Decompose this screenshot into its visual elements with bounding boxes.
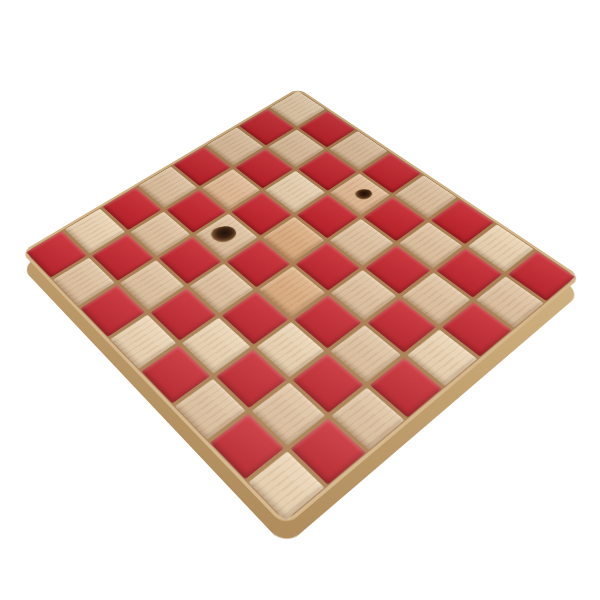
checkerboard (21, 88, 581, 527)
product-photo (0, 0, 600, 600)
wood-knot (209, 223, 240, 244)
wood-knot (353, 187, 375, 201)
